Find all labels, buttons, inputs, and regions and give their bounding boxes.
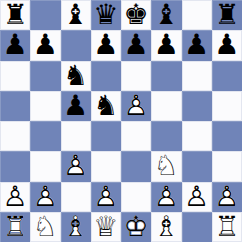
piece-glyph: ♛ <box>93 1 118 29</box>
piece-outline-layer: ♖ <box>214 213 239 241</box>
square-h2[interactable]: ♟♙ <box>212 182 242 212</box>
piece-glyph: ♚ <box>124 1 149 29</box>
square-a5[interactable] <box>0 91 30 121</box>
square-e8[interactable]: ♚ <box>121 0 151 30</box>
square-h1[interactable]: ♜♖ <box>212 212 242 242</box>
square-g6[interactable] <box>182 61 212 91</box>
square-e6[interactable] <box>121 61 151 91</box>
piece-white-knight[interactable]: ♞♘ <box>154 152 179 180</box>
piece-black-pawn[interactable]: ♟ <box>33 31 58 59</box>
square-c2[interactable] <box>61 182 91 212</box>
square-d1[interactable]: ♛♕ <box>91 212 121 242</box>
piece-white-pawn[interactable]: ♟♙ <box>33 183 58 211</box>
piece-black-rook[interactable]: ♜ <box>3 1 28 29</box>
piece-outline-layer: ♙ <box>184 183 209 211</box>
piece-black-pawn[interactable]: ♟ <box>214 31 239 59</box>
piece-outline-layer: ♙ <box>154 183 179 211</box>
square-a2[interactable]: ♟♙ <box>0 182 30 212</box>
piece-black-pawn[interactable]: ♟ <box>3 31 28 59</box>
piece-white-pawn[interactable]: ♟♙ <box>63 152 88 180</box>
square-h7[interactable]: ♟ <box>212 30 242 60</box>
square-b8[interactable] <box>30 0 60 30</box>
piece-black-knight[interactable]: ♞ <box>93 92 118 120</box>
piece-black-king[interactable]: ♚ <box>124 1 149 29</box>
square-a1[interactable]: ♜♖ <box>0 212 30 242</box>
square-f3[interactable]: ♞♘ <box>151 151 181 181</box>
square-b7[interactable]: ♟ <box>30 30 60 60</box>
piece-glyph: ♟ <box>124 31 149 59</box>
square-b4[interactable] <box>30 121 60 151</box>
square-d2[interactable]: ♟♙ <box>91 182 121 212</box>
square-h4[interactable] <box>212 121 242 151</box>
piece-outline-layer: ♘ <box>154 152 179 180</box>
piece-glyph: ♟ <box>93 31 118 59</box>
chess-board: ♜♝♛♚♝♜♟♟♟♟♟♟♟♞♟♞♟♙♟♙♞♘♟♙♟♙♟♙♟♙♟♙♟♙♜♖♞♘♝♗… <box>0 0 242 242</box>
piece-glyph: ♟ <box>3 31 28 59</box>
piece-white-bishop[interactable]: ♝♗ <box>154 213 179 241</box>
chess-diagram: ♜♝♛♚♝♜♟♟♟♟♟♟♟♞♟♞♟♙♟♙♞♘♟♙♟♙♟♙♟♙♟♙♟♙♜♖♞♘♝♗… <box>0 0 242 242</box>
piece-white-pawn[interactable]: ♟♙ <box>214 183 239 211</box>
piece-glyph: ♟ <box>214 31 239 59</box>
square-b6[interactable] <box>30 61 60 91</box>
square-c1[interactable]: ♝♗ <box>61 212 91 242</box>
piece-black-rook[interactable]: ♜ <box>214 1 239 29</box>
piece-white-pawn[interactable]: ♟♙ <box>154 183 179 211</box>
square-g3[interactable] <box>182 151 212 181</box>
square-c8[interactable]: ♝ <box>61 0 91 30</box>
square-d6[interactable] <box>91 61 121 91</box>
square-e5[interactable]: ♟♙ <box>121 91 151 121</box>
piece-outline-layer: ♔ <box>124 213 149 241</box>
square-g2[interactable]: ♟♙ <box>182 182 212 212</box>
piece-glyph: ♝ <box>154 1 179 29</box>
square-f6[interactable] <box>151 61 181 91</box>
square-a7[interactable]: ♟ <box>0 30 30 60</box>
square-f2[interactable]: ♟♙ <box>151 182 181 212</box>
square-g5[interactable] <box>182 91 212 121</box>
piece-glyph: ♟ <box>184 31 209 59</box>
square-d4[interactable] <box>91 121 121 151</box>
piece-black-bishop[interactable]: ♝ <box>63 1 88 29</box>
piece-outline-layer: ♙ <box>3 183 28 211</box>
piece-black-pawn[interactable]: ♟ <box>124 31 149 59</box>
piece-white-rook[interactable]: ♜♖ <box>3 213 28 241</box>
square-b3[interactable] <box>30 151 60 181</box>
piece-black-bishop[interactable]: ♝ <box>154 1 179 29</box>
square-a6[interactable] <box>0 61 30 91</box>
piece-white-rook[interactable]: ♜♖ <box>214 213 239 241</box>
square-e1[interactable]: ♚♔ <box>121 212 151 242</box>
piece-white-bishop[interactable]: ♝♗ <box>63 213 88 241</box>
square-b1[interactable]: ♞♘ <box>30 212 60 242</box>
piece-white-queen[interactable]: ♛♕ <box>93 213 118 241</box>
piece-outline-layer: ♕ <box>93 213 118 241</box>
piece-white-pawn[interactable]: ♟♙ <box>184 183 209 211</box>
piece-black-pawn[interactable]: ♟ <box>154 31 179 59</box>
square-e4[interactable] <box>121 121 151 151</box>
square-f1[interactable]: ♝♗ <box>151 212 181 242</box>
piece-white-pawn[interactable]: ♟♙ <box>93 183 118 211</box>
square-f5[interactable] <box>151 91 181 121</box>
piece-white-king[interactable]: ♚♔ <box>124 213 149 241</box>
square-d7[interactable]: ♟ <box>91 30 121 60</box>
piece-white-pawn[interactable]: ♟♙ <box>124 92 149 120</box>
square-f7[interactable]: ♟ <box>151 30 181 60</box>
square-h3[interactable] <box>212 151 242 181</box>
square-b2[interactable]: ♟♙ <box>30 182 60 212</box>
square-d5[interactable]: ♞ <box>91 91 121 121</box>
piece-outline-layer: ♙ <box>214 183 239 211</box>
square-b5[interactable] <box>30 91 60 121</box>
piece-glyph: ♟ <box>33 31 58 59</box>
piece-glyph: ♜ <box>3 1 28 29</box>
square-g4[interactable] <box>182 121 212 151</box>
piece-white-pawn[interactable]: ♟♙ <box>3 183 28 211</box>
piece-outline-layer: ♙ <box>33 183 58 211</box>
square-g7[interactable]: ♟ <box>182 30 212 60</box>
square-d8[interactable]: ♛ <box>91 0 121 30</box>
square-c5[interactable]: ♟ <box>61 91 91 121</box>
square-c6[interactable]: ♞ <box>61 61 91 91</box>
piece-outline-layer: ♙ <box>63 152 88 180</box>
square-a8[interactable]: ♜ <box>0 0 30 30</box>
piece-glyph: ♞ <box>93 92 118 120</box>
square-e3[interactable] <box>121 151 151 181</box>
piece-outline-layer: ♗ <box>63 213 88 241</box>
piece-black-pawn[interactable]: ♟ <box>93 31 118 59</box>
square-f4[interactable] <box>151 121 181 151</box>
piece-white-knight[interactable]: ♞♘ <box>33 213 58 241</box>
square-g1[interactable] <box>182 212 212 242</box>
piece-glyph: ♟ <box>63 92 88 120</box>
square-c4[interactable] <box>61 121 91 151</box>
square-g8[interactable] <box>182 0 212 30</box>
square-h8[interactable]: ♜ <box>212 0 242 30</box>
piece-black-pawn[interactable]: ♟ <box>63 92 88 120</box>
piece-outline-layer: ♙ <box>124 92 149 120</box>
square-c3[interactable]: ♟♙ <box>61 151 91 181</box>
square-e7[interactable]: ♟ <box>121 30 151 60</box>
piece-glyph: ♜ <box>214 1 239 29</box>
piece-outline-layer: ♖ <box>3 213 28 241</box>
piece-black-pawn[interactable]: ♟ <box>184 31 209 59</box>
piece-outline-layer: ♙ <box>93 183 118 211</box>
piece-glyph: ♟ <box>154 31 179 59</box>
piece-glyph: ♞ <box>63 62 88 90</box>
piece-black-knight[interactable]: ♞ <box>63 62 88 90</box>
square-d3[interactable] <box>91 151 121 181</box>
square-h5[interactable] <box>212 91 242 121</box>
square-a3[interactable] <box>0 151 30 181</box>
piece-outline-layer: ♘ <box>33 213 58 241</box>
square-c7[interactable] <box>61 30 91 60</box>
piece-glyph: ♝ <box>63 1 88 29</box>
piece-black-queen[interactable]: ♛ <box>93 1 118 29</box>
square-e2[interactable] <box>121 182 151 212</box>
piece-outline-layer: ♗ <box>154 213 179 241</box>
square-a4[interactable] <box>0 121 30 151</box>
square-h6[interactable] <box>212 61 242 91</box>
square-f8[interactable]: ♝ <box>151 0 181 30</box>
